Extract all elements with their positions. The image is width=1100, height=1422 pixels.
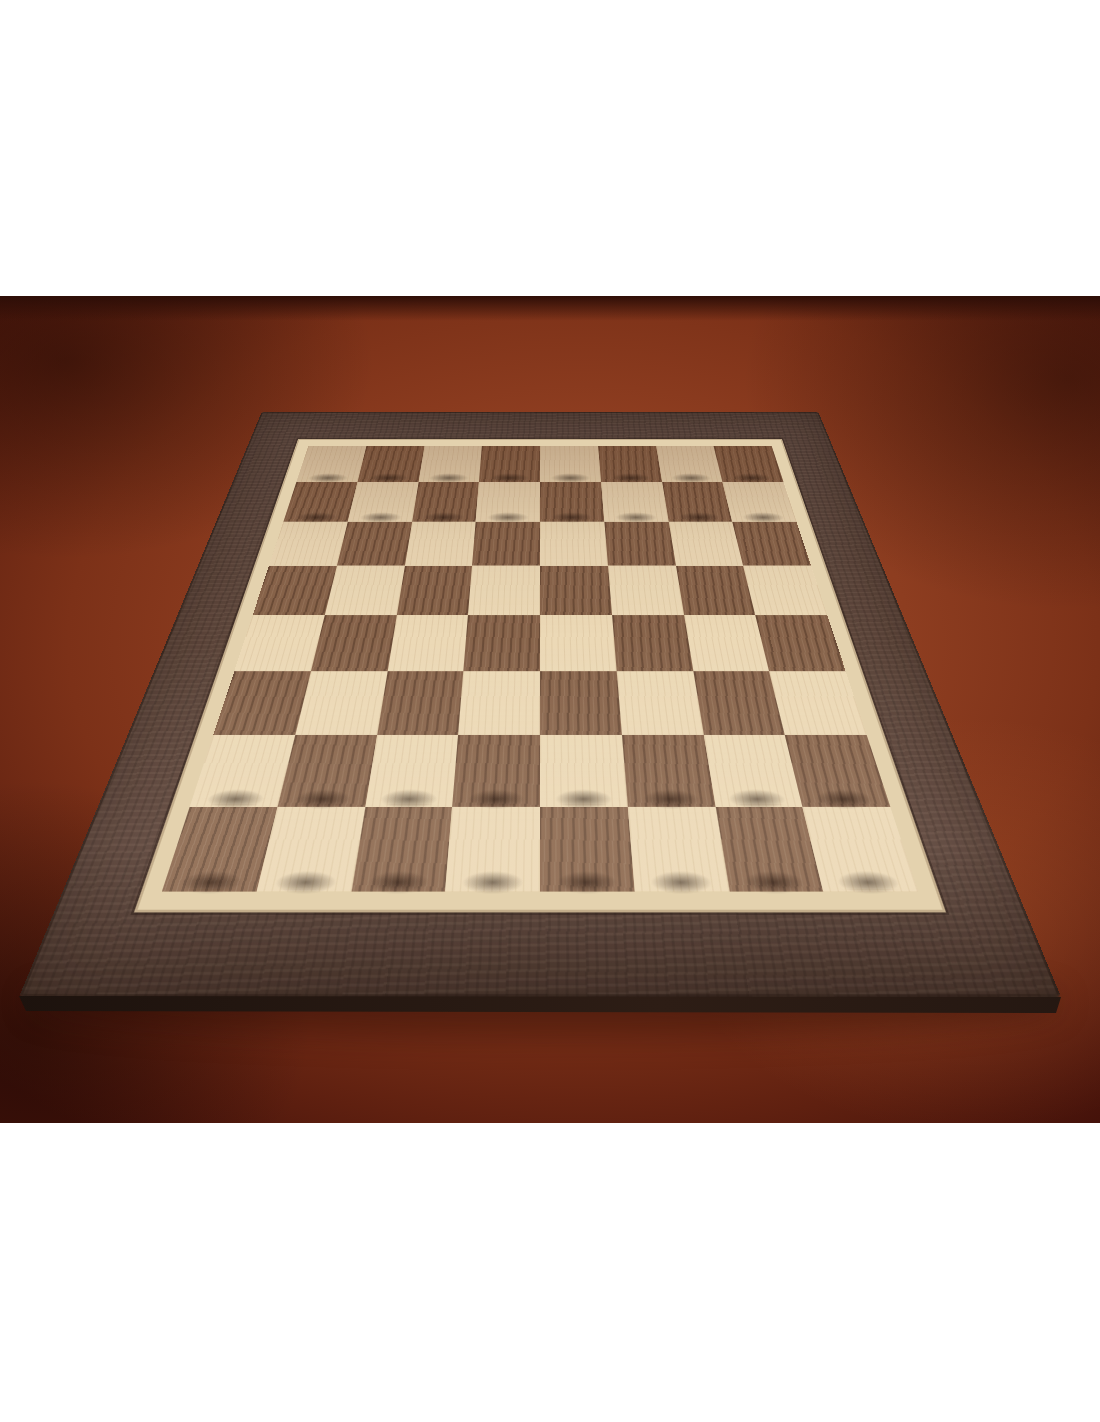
square-g5 bbox=[676, 566, 756, 616]
square-f7: ♟ bbox=[601, 482, 668, 522]
black-pawn: ♟ bbox=[279, 387, 353, 531]
piece-holder: ♟ bbox=[604, 520, 668, 522]
square-e5 bbox=[540, 566, 612, 616]
square-d5 bbox=[468, 566, 540, 616]
black-pawn: ♟ bbox=[407, 387, 481, 531]
square-f1: ♝ bbox=[628, 807, 729, 891]
square-b1: ♞ bbox=[256, 807, 364, 891]
piece-holder: ♟ bbox=[668, 520, 732, 522]
piece-holder: ♟ bbox=[732, 520, 796, 522]
black-pawn: ♟ bbox=[599, 387, 673, 531]
piece-holder: ♟ bbox=[412, 520, 476, 522]
white-knight: ♞ bbox=[736, 745, 816, 902]
square-g7: ♟ bbox=[662, 482, 733, 522]
square-f6 bbox=[604, 521, 675, 565]
square-h7: ♟ bbox=[723, 482, 797, 522]
square-h1: ♜ bbox=[803, 807, 918, 891]
square-c6 bbox=[404, 521, 475, 565]
square-b6 bbox=[337, 521, 412, 565]
black-pawn: ♟ bbox=[471, 387, 545, 531]
square-f5 bbox=[608, 566, 684, 616]
white-king: ♚ bbox=[540, 682, 634, 903]
black-pawn: ♟ bbox=[663, 387, 737, 531]
square-c1: ♝ bbox=[351, 807, 452, 891]
square-c7: ♟ bbox=[412, 482, 479, 522]
square-g1: ♞ bbox=[715, 807, 823, 891]
board-scene: ♜♞♝♛♚♝♞♜♟♟♟♟♟♟♟♟♟♟♟♟♟♟♟♟♜♞♝♛♚♝♞♜ bbox=[177, 296, 903, 979]
piece-holder: ♟ bbox=[283, 520, 347, 522]
square-e6 bbox=[540, 521, 608, 565]
square-d1: ♛ bbox=[445, 807, 540, 891]
black-pawn: ♟ bbox=[728, 387, 802, 531]
square-c5 bbox=[396, 566, 472, 616]
white-bishop: ♝ bbox=[359, 714, 437, 901]
white-rook: ♜ bbox=[834, 757, 907, 900]
page: ♜♞♝♛♚♝♞♜♟♟♟♟♟♟♟♟♟♟♟♟♟♟♟♟♜♞♝♛♚♝♞♜ bbox=[0, 0, 1100, 1422]
black-pawn: ♟ bbox=[535, 387, 609, 531]
black-pawn: ♟ bbox=[343, 387, 417, 531]
square-e1: ♚ bbox=[540, 807, 635, 891]
square-e7: ♟ bbox=[540, 482, 604, 522]
white-rook: ♜ bbox=[173, 757, 246, 900]
piece-holder: ♟ bbox=[476, 520, 540, 522]
square-a5 bbox=[253, 566, 337, 616]
chess-photo: ♜♞♝♛♚♝♞♜♟♟♟♟♟♟♟♟♟♟♟♟♟♟♟♟♜♞♝♛♚♝♞♜ bbox=[0, 296, 1100, 1123]
piece-holder: ♟ bbox=[540, 520, 604, 522]
piece-holder: ♟ bbox=[348, 520, 412, 522]
square-g6 bbox=[668, 521, 743, 565]
white-bishop: ♝ bbox=[643, 714, 721, 901]
square-d6 bbox=[472, 521, 540, 565]
square-b5 bbox=[325, 566, 405, 616]
square-a6 bbox=[269, 521, 348, 565]
white-queen: ♛ bbox=[447, 692, 539, 903]
square-d7: ♟ bbox=[476, 482, 540, 522]
white-knight: ♞ bbox=[264, 745, 344, 902]
